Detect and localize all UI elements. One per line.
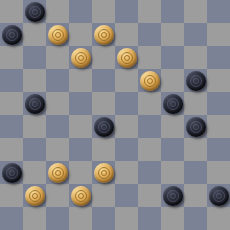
square-r8c0 [0,184,23,207]
black-man[interactable] [163,186,183,206]
square-9[interactable] [138,23,161,46]
square-31[interactable] [23,138,46,161]
square-45[interactable] [207,184,230,207]
square-r3c7 [161,69,184,92]
black-man[interactable] [25,2,45,22]
white-man[interactable] [48,163,68,183]
square-38[interactable] [92,161,115,184]
square-r5c1 [23,115,46,138]
square-r9c5 [115,207,138,230]
square-15[interactable] [207,46,230,69]
square-r1c3 [69,23,92,46]
square-46[interactable] [0,207,23,230]
square-r0c0 [0,0,23,23]
square-r9c7 [161,207,184,230]
square-r7c3 [69,161,92,184]
square-r2c2 [46,46,69,69]
square-37[interactable] [46,161,69,184]
black-man[interactable] [2,25,22,45]
square-27[interactable] [46,115,69,138]
square-r3c1 [23,69,46,92]
square-r7c9 [207,161,230,184]
square-r6c2 [46,138,69,161]
square-5[interactable] [207,0,230,23]
square-r5c5 [115,115,138,138]
square-14[interactable] [161,46,184,69]
white-man[interactable] [25,186,45,206]
square-4[interactable] [161,0,184,23]
square-43[interactable] [115,184,138,207]
square-34[interactable] [161,138,184,161]
square-42[interactable] [69,184,92,207]
square-1[interactable] [23,0,46,23]
square-40[interactable] [184,161,207,184]
square-2[interactable] [69,0,92,23]
square-16[interactable] [0,69,23,92]
square-39[interactable] [138,161,161,184]
square-r4c4 [92,92,115,115]
square-25[interactable] [207,92,230,115]
square-r5c9 [207,115,230,138]
square-r9c3 [69,207,92,230]
square-41[interactable] [23,184,46,207]
white-man[interactable] [94,163,114,183]
square-r6c4 [92,138,115,161]
white-man[interactable] [48,25,68,45]
square-r5c7 [161,115,184,138]
square-8[interactable] [92,23,115,46]
square-r7c7 [161,161,184,184]
white-man[interactable] [117,48,137,68]
square-r6c8 [184,138,207,161]
square-7[interactable] [46,23,69,46]
square-r4c8 [184,92,207,115]
square-24[interactable] [161,92,184,115]
square-29[interactable] [138,115,161,138]
square-r0c4 [92,0,115,23]
square-r1c5 [115,23,138,46]
white-man[interactable] [140,71,160,91]
square-r0c6 [138,0,161,23]
black-man[interactable] [163,94,183,114]
square-11[interactable] [23,46,46,69]
black-man[interactable] [186,71,206,91]
square-r9c9 [207,207,230,230]
square-r3c3 [69,69,92,92]
square-r4c0 [0,92,23,115]
black-man[interactable] [94,117,114,137]
square-r8c8 [184,184,207,207]
square-32[interactable] [69,138,92,161]
square-33[interactable] [115,138,138,161]
square-36[interactable] [0,161,23,184]
square-r5c3 [69,115,92,138]
square-35[interactable] [207,138,230,161]
square-r2c6 [138,46,161,69]
square-r7c5 [115,161,138,184]
black-man[interactable] [186,117,206,137]
square-26[interactable] [0,115,23,138]
white-man[interactable] [71,186,91,206]
square-r6c0 [0,138,23,161]
square-r8c6 [138,184,161,207]
black-man[interactable] [25,94,45,114]
square-12[interactable] [69,46,92,69]
square-r8c4 [92,184,115,207]
draughts-board [0,0,230,230]
square-r4c2 [46,92,69,115]
square-50[interactable] [184,207,207,230]
square-48[interactable] [92,207,115,230]
square-r1c7 [161,23,184,46]
square-17[interactable] [46,69,69,92]
white-man[interactable] [94,25,114,45]
square-20[interactable] [184,69,207,92]
square-44[interactable] [161,184,184,207]
square-13[interactable] [115,46,138,69]
square-r0c2 [46,0,69,23]
square-3[interactable] [115,0,138,23]
square-21[interactable] [23,92,46,115]
square-47[interactable] [46,207,69,230]
square-22[interactable] [69,92,92,115]
square-r1c9 [207,23,230,46]
square-r1c1 [23,23,46,46]
black-man[interactable] [2,163,22,183]
square-18[interactable] [92,69,115,92]
square-r9c1 [23,207,46,230]
square-10[interactable] [184,23,207,46]
square-r3c9 [207,69,230,92]
square-19[interactable] [138,69,161,92]
white-man[interactable] [71,48,91,68]
square-r6c6 [138,138,161,161]
square-r2c0 [0,46,23,69]
square-r4c6 [138,92,161,115]
square-r3c5 [115,69,138,92]
square-30[interactable] [184,115,207,138]
square-r2c8 [184,46,207,69]
square-r0c8 [184,0,207,23]
square-6[interactable] [0,23,23,46]
black-man[interactable] [209,186,229,206]
square-r8c2 [46,184,69,207]
square-49[interactable] [138,207,161,230]
square-r2c4 [92,46,115,69]
square-r7c1 [23,161,46,184]
square-28[interactable] [92,115,115,138]
square-23[interactable] [115,92,138,115]
